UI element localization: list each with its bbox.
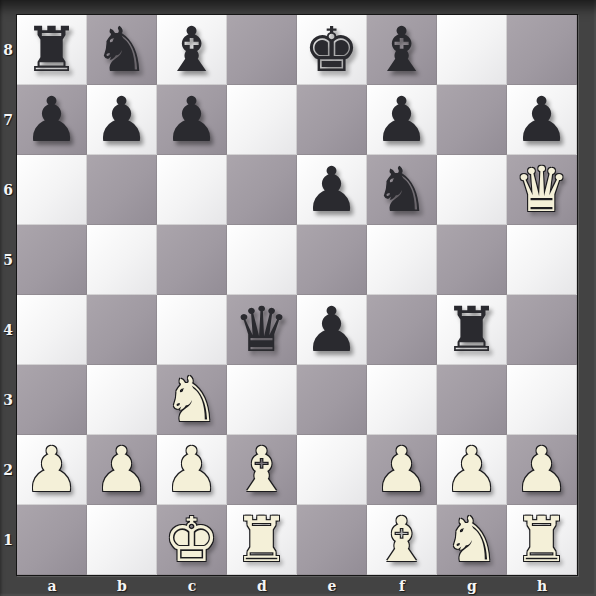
square-b6[interactable] [87, 155, 157, 225]
square-e2[interactable] [297, 435, 367, 505]
square-d6[interactable] [227, 155, 297, 225]
square-c8[interactable]: ♝ [157, 15, 227, 85]
square-d2[interactable]: ♝ [227, 435, 297, 505]
black-queen: ♛ [234, 295, 290, 365]
black-pawn: ♟ [24, 85, 80, 155]
square-f5[interactable] [367, 225, 437, 295]
board-frame: 87654321 ♜♞♝♚♝♟♟♟♟♟♟♞♛♛♟♜♞♟♟♟♝♟♟♟♚♜♝♞♜ a… [0, 0, 596, 596]
square-b4[interactable] [87, 295, 157, 365]
square-e5[interactable] [297, 225, 367, 295]
white-bishop: ♝ [374, 505, 430, 575]
rank-label-5: 5 [0, 225, 16, 295]
white-pawn: ♟ [164, 435, 220, 505]
square-f2[interactable]: ♟ [367, 435, 437, 505]
square-h8[interactable] [507, 15, 577, 85]
square-f8[interactable]: ♝ [367, 15, 437, 85]
square-g7[interactable] [437, 85, 507, 155]
square-b5[interactable] [87, 225, 157, 295]
square-f4[interactable] [367, 295, 437, 365]
white-rook: ♜ [514, 505, 570, 575]
rank-label-4: 4 [0, 295, 16, 365]
square-g8[interactable] [437, 15, 507, 85]
file-label-d: d [227, 576, 297, 596]
white-knight: ♞ [444, 505, 500, 575]
square-g3[interactable] [437, 365, 507, 435]
square-b7[interactable]: ♟ [87, 85, 157, 155]
black-pawn: ♟ [374, 85, 430, 155]
white-pawn: ♟ [374, 435, 430, 505]
rank-label-3: 3 [0, 365, 16, 435]
square-a4[interactable] [17, 295, 87, 365]
black-bishop: ♝ [164, 15, 220, 85]
square-g5[interactable] [437, 225, 507, 295]
file-label-e: e [297, 576, 367, 596]
square-d1[interactable]: ♜ [227, 505, 297, 575]
square-d8[interactable] [227, 15, 297, 85]
white-pawn: ♟ [444, 435, 500, 505]
square-g4[interactable]: ♜ [437, 295, 507, 365]
black-pawn: ♟ [304, 295, 360, 365]
square-a5[interactable] [17, 225, 87, 295]
square-c7[interactable]: ♟ [157, 85, 227, 155]
square-b1[interactable] [87, 505, 157, 575]
square-a7[interactable]: ♟ [17, 85, 87, 155]
square-c1[interactable]: ♚ [157, 505, 227, 575]
black-rook: ♜ [444, 295, 500, 365]
file-label-a: a [17, 576, 87, 596]
square-f6[interactable]: ♞ [367, 155, 437, 225]
square-h6[interactable]: ♛ [507, 155, 577, 225]
white-rook: ♜ [234, 505, 290, 575]
file-label-f: f [367, 576, 437, 596]
white-pawn: ♟ [94, 435, 150, 505]
square-g6[interactable] [437, 155, 507, 225]
rank-coordinates: 87654321 [0, 15, 16, 575]
square-g2[interactable]: ♟ [437, 435, 507, 505]
square-b3[interactable] [87, 365, 157, 435]
square-b8[interactable]: ♞ [87, 15, 157, 85]
square-d5[interactable] [227, 225, 297, 295]
black-pawn: ♟ [514, 85, 570, 155]
square-a2[interactable]: ♟ [17, 435, 87, 505]
rank-label-2: 2 [0, 435, 16, 505]
white-pawn: ♟ [24, 435, 80, 505]
black-pawn: ♟ [304, 155, 360, 225]
square-e8[interactable]: ♚ [297, 15, 367, 85]
square-g1[interactable]: ♞ [437, 505, 507, 575]
black-rook: ♜ [24, 15, 80, 85]
black-pawn: ♟ [164, 85, 220, 155]
square-f1[interactable]: ♝ [367, 505, 437, 575]
square-d3[interactable] [227, 365, 297, 435]
white-knight: ♞ [164, 365, 220, 435]
square-h3[interactable] [507, 365, 577, 435]
square-d4[interactable]: ♛ [227, 295, 297, 365]
rank-label-7: 7 [0, 85, 16, 155]
white-queen: ♛ [514, 155, 570, 225]
square-h7[interactable]: ♟ [507, 85, 577, 155]
black-knight: ♞ [94, 15, 150, 85]
square-h4[interactable] [507, 295, 577, 365]
file-coordinates: abcdefgh [17, 576, 577, 596]
square-b2[interactable]: ♟ [87, 435, 157, 505]
rank-label-6: 6 [0, 155, 16, 225]
rank-label-8: 8 [0, 15, 16, 85]
square-c2[interactable]: ♟ [157, 435, 227, 505]
square-c5[interactable] [157, 225, 227, 295]
square-c6[interactable] [157, 155, 227, 225]
square-c3[interactable]: ♞ [157, 365, 227, 435]
white-king: ♚ [164, 505, 220, 575]
chess-board: ♜♞♝♚♝♟♟♟♟♟♟♞♛♛♟♜♞♟♟♟♝♟♟♟♚♜♝♞♜ [16, 14, 578, 576]
square-a1[interactable] [17, 505, 87, 575]
file-label-g: g [437, 576, 507, 596]
square-h1[interactable]: ♜ [507, 505, 577, 575]
file-label-c: c [157, 576, 227, 596]
black-bishop: ♝ [374, 15, 430, 85]
square-e7[interactable] [297, 85, 367, 155]
white-pawn: ♟ [514, 435, 570, 505]
black-knight: ♞ [374, 155, 430, 225]
square-f7[interactable]: ♟ [367, 85, 437, 155]
file-label-b: b [87, 576, 157, 596]
rank-label-1: 1 [0, 505, 16, 575]
square-h2[interactable]: ♟ [507, 435, 577, 505]
square-e1[interactable] [297, 505, 367, 575]
square-e4[interactable]: ♟ [297, 295, 367, 365]
square-a8[interactable]: ♜ [17, 15, 87, 85]
square-a6[interactable] [17, 155, 87, 225]
square-c4[interactable] [157, 295, 227, 365]
square-f3[interactable] [367, 365, 437, 435]
file-label-h: h [507, 576, 577, 596]
square-e6[interactable]: ♟ [297, 155, 367, 225]
black-pawn: ♟ [94, 85, 150, 155]
square-h5[interactable] [507, 225, 577, 295]
square-a3[interactable] [17, 365, 87, 435]
square-d7[interactable] [227, 85, 297, 155]
square-e3[interactable] [297, 365, 367, 435]
white-bishop: ♝ [234, 435, 290, 505]
black-king: ♚ [304, 15, 360, 85]
